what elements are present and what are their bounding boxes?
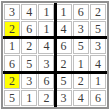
conflict-cell-r2c1[interactable]: 2	[4, 21, 20, 37]
cell-r1c3[interactable]: 1	[38, 4, 54, 20]
cell-r2c2[interactable]: 6	[21, 21, 37, 37]
cell-r4c2[interactable]: 5	[21, 55, 37, 71]
conflict-cell-r5c1[interactable]: 2	[4, 73, 20, 89]
cell-r6c1[interactable]: 5	[4, 90, 20, 106]
cell-r5c6[interactable]: 1	[90, 73, 106, 89]
cell-r3c5[interactable]: 5	[73, 38, 89, 54]
cell-r6c5[interactable]: 4	[73, 90, 89, 106]
cell-r6c2[interactable]: 1	[21, 90, 37, 106]
cell-r1c2[interactable]: 4	[21, 4, 37, 20]
cell-r1c4[interactable]: 1	[55, 4, 71, 20]
sudoku-board: 341162261435124653653214236521512346	[1, 1, 109, 109]
cell-r4c6[interactable]: 4	[90, 55, 106, 71]
cell-r1c6[interactable]: 2	[90, 4, 106, 20]
cell-r2c5[interactable]: 3	[73, 21, 89, 37]
cell-r4c1[interactable]: 6	[4, 55, 20, 71]
cell-r2c4[interactable]: 4	[55, 21, 71, 37]
cell-r5c3[interactable]: 6	[38, 73, 54, 89]
cell-r6c3[interactable]: 2	[38, 90, 54, 106]
cell-r6c6[interactable]: 6	[90, 90, 106, 106]
cell-r3c3[interactable]: 4	[38, 38, 54, 54]
cell-r3c2[interactable]: 2	[21, 38, 37, 54]
cell-r3c4[interactable]: 6	[55, 38, 71, 54]
cell-r6c4[interactable]: 3	[55, 90, 71, 106]
cell-r1c1[interactable]: 3	[4, 4, 20, 20]
cell-r2c6[interactable]: 5	[90, 21, 106, 37]
cell-r4c5[interactable]: 1	[73, 55, 89, 71]
cell-r5c2[interactable]: 3	[21, 73, 37, 89]
cell-r3c6[interactable]: 3	[90, 38, 106, 54]
cell-r5c4[interactable]: 5	[55, 73, 71, 89]
cell-r4c3[interactable]: 3	[38, 55, 54, 71]
cell-r1c5[interactable]: 6	[73, 4, 89, 20]
cell-r3c1[interactable]: 1	[4, 38, 20, 54]
cell-r4c4[interactable]: 2	[55, 55, 71, 71]
cell-r5c5[interactable]: 2	[73, 73, 89, 89]
cell-r2c3[interactable]: 1	[38, 21, 54, 37]
